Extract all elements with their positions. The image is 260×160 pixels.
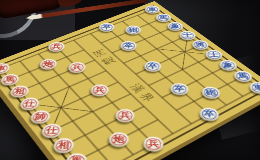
piece-character: 兵 bbox=[148, 140, 160, 148]
piece-character: 兵 bbox=[51, 44, 61, 49]
piece-red-soldier[interactable]: 兵 bbox=[65, 60, 89, 75]
piece-black-chariot[interactable]: 車 bbox=[246, 80, 260, 97]
piece-red-soldier[interactable]: 兵 bbox=[112, 106, 139, 125]
piece-character: 將 bbox=[195, 42, 205, 47]
piece-character: 士 bbox=[209, 52, 219, 58]
piece-character: 仕 bbox=[24, 100, 36, 107]
piece-character: 卒 bbox=[124, 43, 133, 48]
piece-character: 象 bbox=[223, 62, 234, 68]
piece-character: 士 bbox=[183, 33, 193, 38]
piece-character: 卒 bbox=[148, 63, 158, 69]
piece-black-cannon[interactable]: 砲 bbox=[198, 84, 224, 101]
piece-character: 車 bbox=[148, 7, 157, 11]
piece-character: 馬 bbox=[70, 157, 83, 160]
photo-frame: 楚河 漢界 車馬象士將士象馬車砲砲卒卒卒卒卒兵兵兵兵兵炮炮車馬相仕帥仕相馬車 bbox=[0, 0, 260, 160]
piece-black-soldier[interactable]: 卒 bbox=[117, 39, 140, 53]
piece-red-soldier[interactable]: 兵 bbox=[45, 40, 67, 54]
piece-character: 車 bbox=[253, 85, 260, 92]
piece-character: 兵 bbox=[120, 112, 131, 119]
piece-character: 馬 bbox=[159, 15, 168, 20]
piece-character: 砲 bbox=[129, 28, 138, 33]
piece-character: 帥 bbox=[34, 113, 46, 120]
piece-character: 馬 bbox=[4, 77, 16, 83]
piece-character: 卒 bbox=[102, 25, 111, 30]
piece-black-soldier[interactable]: 卒 bbox=[167, 81, 193, 98]
piece-character: 相 bbox=[14, 88, 26, 95]
piece-character: 卒 bbox=[174, 86, 185, 93]
piece-black-soldier[interactable]: 卒 bbox=[196, 105, 223, 124]
piece-red-cannon[interactable]: 炮 bbox=[105, 129, 133, 150]
piece-red-cannon[interactable]: 炮 bbox=[37, 57, 60, 72]
piece-black-soldier[interactable]: 卒 bbox=[141, 59, 165, 74]
piece-character: 兵 bbox=[72, 65, 82, 71]
piece-red-soldier[interactable]: 兵 bbox=[87, 82, 112, 99]
piece-character: 馬 bbox=[237, 73, 248, 79]
piece-character: 卒 bbox=[203, 111, 215, 118]
piece-character: 砲 bbox=[205, 89, 216, 96]
piece-black-soldier[interactable]: 卒 bbox=[96, 21, 118, 33]
xiangqi-board[interactable]: 楚河 漢界 車馬象士將士象馬車砲砲卒卒卒卒卒兵兵兵兵兵炮炮車馬相仕帥仕相馬車 bbox=[0, 1, 260, 160]
inkstone-lid bbox=[57, 0, 83, 9]
piece-character: 象 bbox=[171, 24, 180, 29]
piece-character: 炮 bbox=[43, 61, 54, 67]
piece-layer: 車馬象士將士象馬車砲砲卒卒卒卒卒兵兵兵兵兵炮炮車馬相仕帥仕相馬車 bbox=[0, 1, 260, 160]
piece-character: 相 bbox=[58, 141, 70, 149]
piece-character: 炮 bbox=[113, 135, 124, 143]
piece-red-soldier[interactable]: 兵 bbox=[139, 134, 167, 155]
piece-black-cannon[interactable]: 砲 bbox=[122, 24, 144, 37]
piece-character: 仕 bbox=[46, 127, 58, 135]
piece-character: 兵 bbox=[94, 87, 104, 94]
